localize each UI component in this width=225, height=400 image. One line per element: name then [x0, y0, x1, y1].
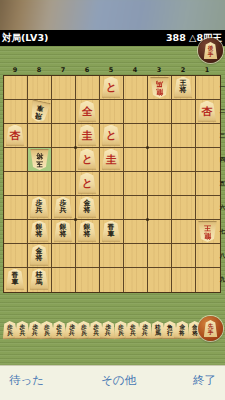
rank-label-7: 七 — [220, 219, 225, 243]
square-9-7[interactable] — [4, 220, 28, 244]
square-4-9[interactable] — [124, 268, 148, 292]
square-2-5[interactable] — [172, 172, 196, 196]
rank-label-8: 八 — [220, 243, 225, 267]
star-point — [74, 146, 77, 149]
rank-label-3: 三 — [220, 123, 225, 147]
square-3-3[interactable] — [148, 124, 172, 148]
square-7-9[interactable] — [52, 268, 76, 292]
square-8-3[interactable] — [28, 124, 52, 148]
square-1-3[interactable] — [196, 124, 220, 148]
square-6-9[interactable] — [76, 268, 100, 292]
square-4-5[interactable] — [124, 172, 148, 196]
square-6-1[interactable] — [76, 76, 100, 100]
ad-banner[interactable] — [0, 0, 225, 30]
square-9-2[interactable] — [4, 100, 28, 124]
file-label-9: 9 — [3, 66, 27, 74]
square-9-8[interactable] — [4, 244, 28, 268]
app-title: 対局(LV3) — [2, 30, 48, 46]
gote-badge-label: 後手 — [208, 45, 214, 57]
square-7-2[interactable] — [52, 100, 76, 124]
square-1-8[interactable] — [196, 244, 220, 268]
file-label-7: 7 — [51, 66, 75, 74]
file-label-5: 5 — [99, 66, 123, 74]
square-4-7[interactable] — [124, 220, 148, 244]
rank-label-5: 五 — [220, 171, 225, 195]
square-3-7[interactable] — [148, 220, 172, 244]
square-7-1[interactable] — [52, 76, 76, 100]
square-1-5[interactable] — [196, 172, 220, 196]
square-7-5[interactable] — [52, 172, 76, 196]
square-4-2[interactable] — [124, 100, 148, 124]
square-3-9[interactable] — [148, 268, 172, 292]
square-1-6[interactable] — [196, 196, 220, 220]
square-4-6[interactable] — [124, 196, 148, 220]
square-2-6[interactable] — [172, 196, 196, 220]
square-5-2[interactable] — [100, 100, 124, 124]
quit-button[interactable]: 終了 — [193, 373, 216, 400]
square-3-4[interactable] — [148, 148, 172, 172]
square-2-4[interactable] — [172, 148, 196, 172]
screen: 対局(LV3) 388 △8四王 987654321 一二三四五六七八九 後手 … — [0, 0, 225, 400]
square-1-9[interactable] — [196, 268, 220, 292]
rank-label-1: 一 — [220, 75, 225, 99]
square-7-4[interactable] — [52, 148, 76, 172]
square-9-1[interactable] — [4, 76, 28, 100]
square-2-9[interactable] — [172, 268, 196, 292]
sente-player-badge: 先手 — [198, 316, 223, 341]
star-point — [74, 218, 77, 221]
square-5-9[interactable] — [100, 268, 124, 292]
star-point — [146, 218, 149, 221]
square-4-8[interactable] — [124, 244, 148, 268]
gote-badge-piece-icon: 後手 — [204, 42, 218, 59]
square-5-8[interactable] — [100, 244, 124, 268]
square-4-3[interactable] — [124, 124, 148, 148]
square-2-3[interactable] — [172, 124, 196, 148]
bottom-button-bar: 待った その他 終了 — [0, 365, 225, 400]
file-label-2: 2 — [171, 66, 195, 74]
file-label-3: 3 — [147, 66, 171, 74]
gote-player-badge: 後手 — [198, 38, 223, 63]
title-bar: 対局(LV3) 388 △8四王 — [0, 30, 225, 46]
other-menu-button[interactable]: その他 — [101, 373, 136, 400]
square-7-3[interactable] — [52, 124, 76, 148]
rank-label-9: 九 — [220, 267, 225, 291]
sente-badge-label: 先手 — [208, 323, 214, 335]
square-1-1[interactable] — [196, 76, 220, 100]
square-9-5[interactable] — [4, 172, 28, 196]
square-2-8[interactable] — [172, 244, 196, 268]
square-3-8[interactable] — [148, 244, 172, 268]
square-5-5[interactable] — [100, 172, 124, 196]
star-point — [146, 146, 149, 149]
square-9-4[interactable] — [4, 148, 28, 172]
square-6-8[interactable] — [76, 244, 100, 268]
square-7-8[interactable] — [52, 244, 76, 268]
square-3-5[interactable] — [148, 172, 172, 196]
square-8-1[interactable] — [28, 76, 52, 100]
rank-label-6: 六 — [220, 195, 225, 219]
ad-banner-image — [0, 0, 225, 30]
file-label-6: 6 — [75, 66, 99, 74]
square-4-1[interactable] — [124, 76, 148, 100]
rank-label-4: 四 — [220, 147, 225, 171]
square-2-7[interactable] — [172, 220, 196, 244]
square-3-2[interactable] — [148, 100, 172, 124]
square-4-4[interactable] — [124, 148, 148, 172]
square-2-2[interactable] — [172, 100, 196, 124]
square-8-5[interactable] — [28, 172, 52, 196]
file-label-1: 1 — [195, 66, 219, 74]
square-5-6[interactable] — [100, 196, 124, 220]
square-3-6[interactable] — [148, 196, 172, 220]
square-1-4[interactable] — [196, 148, 220, 172]
square-9-6[interactable] — [4, 196, 28, 220]
sente-badge-piece-icon: 先手 — [204, 320, 218, 337]
file-label-4: 4 — [123, 66, 147, 74]
undo-button[interactable]: 待った — [9, 373, 44, 400]
file-label-8: 8 — [27, 66, 51, 74]
rank-label-2: 二 — [220, 99, 225, 123]
